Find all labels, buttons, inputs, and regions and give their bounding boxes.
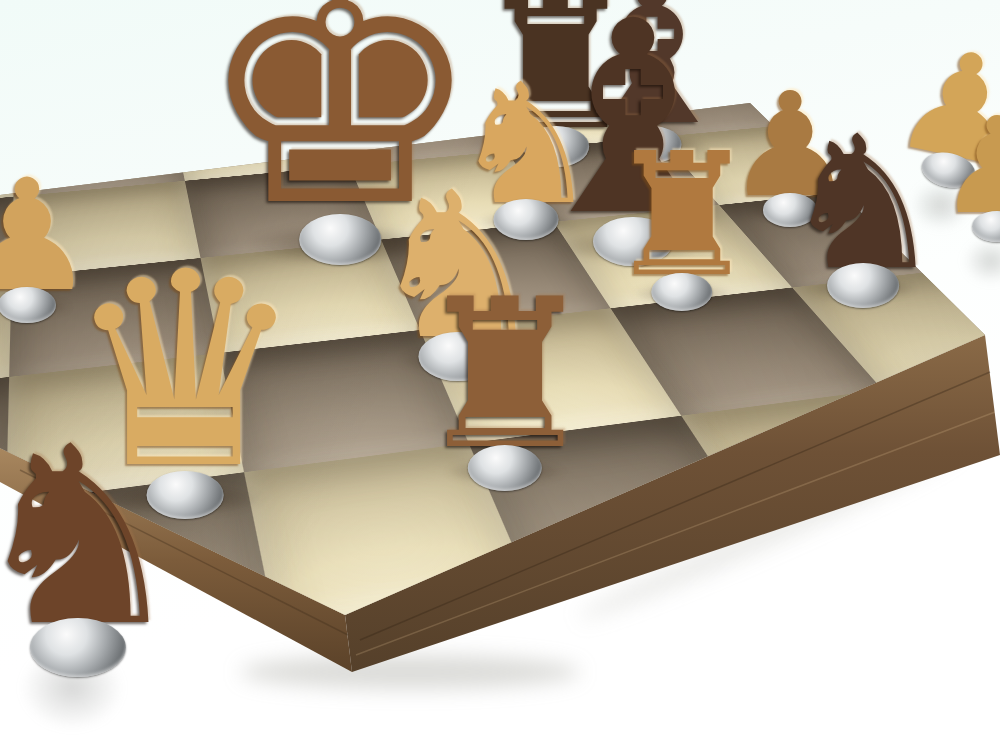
board-square xyxy=(0,74,16,144)
board-square xyxy=(772,519,1000,734)
board-square xyxy=(615,735,1000,750)
board-square xyxy=(891,690,1000,750)
board-floor-shadow xyxy=(240,655,580,689)
board-square xyxy=(275,589,615,750)
floor-reflection xyxy=(964,239,1000,284)
metal-base xyxy=(0,287,56,323)
metal-base xyxy=(468,445,542,491)
metal-base xyxy=(651,273,712,311)
board-square xyxy=(531,553,891,750)
metal-base xyxy=(30,618,126,678)
metal-base xyxy=(827,263,899,307)
board-square xyxy=(15,63,172,130)
scene: ♜♝♟♞♚♝♞♜♟♞♜♛♟♟♞ xyxy=(0,0,1000,750)
board-square xyxy=(681,390,997,553)
board-square xyxy=(965,249,1000,365)
board-square xyxy=(883,365,1000,519)
board-square xyxy=(0,668,2,750)
